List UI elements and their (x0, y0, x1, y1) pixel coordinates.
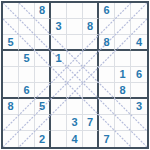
cell-r7c2[interactable] (19, 99, 35, 115)
cell-r7c8[interactable] (115, 99, 131, 115)
cell-r6c1[interactable] (3, 83, 19, 99)
given-digit: 1 (119, 69, 125, 80)
cell-r7c4[interactable] (51, 99, 67, 115)
cell-r1c7: 6 (99, 3, 115, 19)
cell-r2c5[interactable] (67, 19, 83, 35)
cell-r8c2[interactable] (19, 115, 35, 131)
cell-r3c5[interactable] (67, 35, 83, 51)
cell-r7c6[interactable] (83, 99, 99, 115)
given-digit: 8 (103, 37, 109, 48)
cell-r3c1: 5 (3, 35, 19, 51)
cell-r1c3: 8 (35, 3, 51, 19)
sudoku-grid: 863858451166885337247 (3, 3, 147, 147)
cell-r5c1[interactable] (3, 67, 19, 83)
cell-r5c4[interactable] (51, 67, 67, 83)
cell-r1c6[interactable] (83, 3, 99, 19)
cell-r7c9: 3 (131, 99, 147, 115)
cell-r1c4[interactable] (51, 3, 67, 19)
given-digit: 4 (136, 37, 142, 48)
cell-r3c2[interactable] (19, 35, 35, 51)
cell-r9c8[interactable] (115, 131, 131, 147)
given-digit: 8 (39, 5, 45, 16)
cell-r5c2[interactable] (19, 67, 35, 83)
cell-r8c3[interactable] (35, 115, 51, 131)
given-digit: 8 (7, 101, 13, 112)
cell-r5c7[interactable] (99, 67, 115, 83)
cell-r9c5: 4 (67, 131, 83, 147)
cell-r9c9[interactable] (131, 131, 147, 147)
cell-r6c9[interactable] (131, 83, 147, 99)
given-digit: 8 (119, 85, 125, 96)
given-digit: 5 (7, 37, 13, 48)
cell-r2c8[interactable] (115, 19, 131, 35)
cell-r9c4[interactable] (51, 131, 67, 147)
cell-r2c4: 3 (51, 19, 67, 35)
cell-r3c4[interactable] (51, 35, 67, 51)
cell-r7c1: 8 (3, 99, 19, 115)
cell-r6c3[interactable] (35, 83, 51, 99)
given-digit: 7 (87, 117, 93, 128)
cell-r5c9: 6 (131, 67, 147, 83)
cell-r9c1[interactable] (3, 131, 19, 147)
cell-r6c4[interactable] (51, 83, 67, 99)
cell-r6c6[interactable] (83, 83, 99, 99)
sudoku-board: 863858451166885337247 (1, 1, 149, 149)
cell-r8c4[interactable] (51, 115, 67, 131)
cell-r3c9: 4 (131, 35, 147, 51)
cell-r4c7[interactable] (99, 51, 115, 67)
cell-r2c3[interactable] (35, 19, 51, 35)
cell-r5c3[interactable] (35, 67, 51, 83)
given-digit: 5 (23, 53, 29, 64)
cell-r3c6[interactable] (83, 35, 99, 51)
cell-r4c5[interactable] (67, 51, 83, 67)
cell-r8c1[interactable] (3, 115, 19, 131)
cell-r2c2[interactable] (19, 19, 35, 35)
cell-r8c6: 7 (83, 115, 99, 131)
cell-r6c8: 8 (115, 83, 131, 99)
cell-r2c9[interactable] (131, 19, 147, 35)
cell-r3c3[interactable] (35, 35, 51, 51)
given-digit: 6 (23, 85, 29, 96)
cell-r6c5[interactable] (67, 83, 83, 99)
cell-r3c7: 8 (99, 35, 115, 51)
cell-r8c5: 3 (67, 115, 83, 131)
cell-r2c6: 8 (83, 19, 99, 35)
cell-r5c5[interactable] (67, 67, 83, 83)
cell-r9c3: 2 (35, 131, 51, 147)
cell-r4c2: 5 (19, 51, 35, 67)
given-digit: 7 (103, 134, 109, 145)
cell-r8c9[interactable] (131, 115, 147, 131)
cell-r5c6[interactable] (83, 67, 99, 83)
cell-r8c8[interactable] (115, 115, 131, 131)
given-digit: 8 (87, 21, 93, 32)
given-digit: 3 (55, 21, 61, 32)
cell-r7c7[interactable] (99, 99, 115, 115)
cell-r4c8[interactable] (115, 51, 131, 67)
cell-r1c2[interactable] (19, 3, 35, 19)
cell-r8c7[interactable] (99, 115, 115, 131)
given-digit: 6 (136, 69, 142, 80)
cell-r1c8[interactable] (115, 3, 131, 19)
given-digit: 4 (71, 134, 77, 145)
cell-r1c9[interactable] (131, 3, 147, 19)
cell-r7c3: 5 (35, 99, 51, 115)
cell-r7c5[interactable] (67, 99, 83, 115)
cell-r6c7[interactable] (99, 83, 115, 99)
cell-r4c3[interactable] (35, 51, 51, 67)
cell-r4c4: 1 (51, 51, 67, 67)
cell-r1c5[interactable] (67, 3, 83, 19)
cell-r9c2[interactable] (19, 131, 35, 147)
cell-r3c8[interactable] (115, 35, 131, 51)
cell-r9c7: 7 (99, 131, 115, 147)
given-digit: 1 (55, 53, 61, 64)
given-digit: 3 (71, 117, 77, 128)
cell-r2c7[interactable] (99, 19, 115, 35)
given-digit: 3 (136, 101, 142, 112)
cell-r5c8: 1 (115, 67, 131, 83)
given-digit: 6 (103, 5, 109, 16)
cell-r2c1[interactable] (3, 19, 19, 35)
cell-r4c1[interactable] (3, 51, 19, 67)
cell-r1c1[interactable] (3, 3, 19, 19)
given-digit: 5 (39, 101, 45, 112)
given-digit: 2 (39, 134, 45, 145)
cell-r4c6[interactable] (83, 51, 99, 67)
cell-r6c2: 6 (19, 83, 35, 99)
cell-r4c9[interactable] (131, 51, 147, 67)
cell-r9c6[interactable] (83, 131, 99, 147)
